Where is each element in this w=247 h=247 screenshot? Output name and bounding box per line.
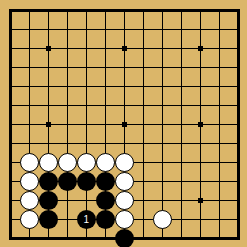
screen: 1 [0,0,247,247]
white-stone [20,210,39,229]
white-stone [58,153,77,172]
star-point [198,198,203,203]
black-stone: 1 [77,210,96,229]
white-stone [20,191,39,210]
white-stone [153,210,172,229]
black-stone [39,172,58,191]
white-stone [115,153,134,172]
white-stone [77,153,96,172]
white-stone [20,172,39,191]
go-board[interactable]: 1 [0,0,247,247]
grid-line-vertical [219,10,220,239]
star-point [46,46,51,51]
white-stone [115,191,134,210]
white-stone [115,172,134,191]
black-stone [96,191,115,210]
black-stone [115,229,134,247]
black-stone [58,172,77,191]
white-stone [96,153,115,172]
white-stone [115,210,134,229]
star-point [122,46,127,51]
star-point [198,122,203,127]
move-number-label: 1 [83,215,89,225]
grid-line-vertical [162,10,163,239]
black-stone [39,191,58,210]
white-stone [39,153,58,172]
black-stone [96,210,115,229]
star-point [46,122,51,127]
grid-line-vertical [181,10,182,239]
black-stone [96,172,115,191]
grid-line-vertical [143,10,144,239]
white-stone [20,153,39,172]
grid-line-horizontal [10,143,239,144]
black-stone [39,210,58,229]
black-stone [77,172,96,191]
star-point [198,46,203,51]
star-point [122,122,127,127]
